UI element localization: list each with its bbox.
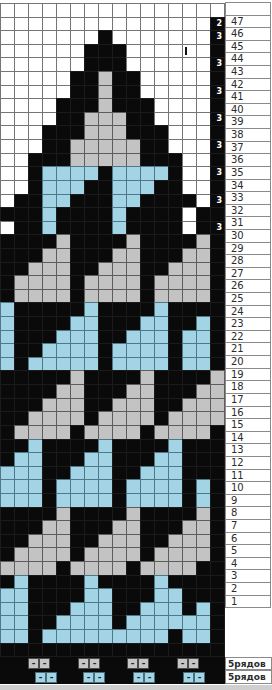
chart-cell <box>28 262 43 277</box>
chart-cell <box>0 425 15 440</box>
chart-cell <box>56 411 71 426</box>
chart-cell <box>154 234 169 249</box>
chart-cell <box>98 262 113 277</box>
chart-cell <box>126 316 141 331</box>
chart-cell <box>42 534 57 549</box>
chart-cell <box>28 275 43 290</box>
chart-cell <box>168 547 183 562</box>
chart-cell <box>70 30 85 45</box>
chart-cell <box>140 615 155 630</box>
chart-cell <box>28 71 43 86</box>
chart-cell <box>168 493 183 508</box>
chart-cell <box>140 384 155 399</box>
chart-cell <box>14 602 29 617</box>
chart-cell <box>70 85 85 100</box>
chart-cell <box>14 357 29 372</box>
chart-cell <box>112 234 127 249</box>
stitch-mark-box: - <box>46 672 57 683</box>
chart-cell <box>14 180 29 195</box>
chart-cell <box>210 452 225 467</box>
chart-cell <box>196 207 211 222</box>
counter-cell: 3 <box>210 85 225 100</box>
chart-cell <box>98 384 113 399</box>
chart-cell <box>14 17 29 32</box>
chart-cell <box>126 370 141 385</box>
chart-cell <box>210 411 225 426</box>
chart-cell <box>154 262 169 277</box>
chart-cell <box>196 275 211 290</box>
chart-cell <box>42 98 57 113</box>
chart-cell <box>28 330 43 345</box>
chart-cell <box>28 615 43 630</box>
chart-cell <box>168 112 183 127</box>
chart-cell <box>196 17 211 32</box>
chart-cell <box>182 221 197 236</box>
chart-cell <box>210 330 225 345</box>
chart-cell <box>0 629 15 644</box>
chart-cell <box>98 575 113 590</box>
chart-cell <box>84 493 99 508</box>
chart-cell <box>112 425 127 440</box>
chart-cell <box>112 398 127 413</box>
chart-cell <box>14 547 29 562</box>
chart-cell <box>126 98 141 113</box>
row-number: 14 <box>225 431 271 445</box>
chart-cell <box>112 44 127 59</box>
stitch-mark-box: - <box>89 658 100 669</box>
row-number: 29 <box>225 242 271 256</box>
chart-cell <box>126 3 141 18</box>
chart-cell <box>56 479 71 494</box>
chart-cell <box>154 139 169 154</box>
chart-cell <box>182 561 197 576</box>
chart-cell <box>84 139 99 154</box>
chart-cell <box>84 234 99 249</box>
chart-cell <box>14 629 29 644</box>
chart-cell <box>196 588 211 603</box>
chart-cell <box>14 575 29 590</box>
row-number: 42 <box>225 78 271 92</box>
chart-cell <box>168 275 183 290</box>
counter-cell: 2 <box>210 17 225 32</box>
chart-cell <box>14 520 29 535</box>
chart-cell <box>42 343 57 358</box>
chart-cell <box>210 575 225 590</box>
chart-cell <box>112 248 127 263</box>
chart-cell <box>168 561 183 576</box>
chart-cell <box>182 547 197 562</box>
chart-cell <box>98 30 113 45</box>
chart-cell <box>196 289 211 304</box>
chart-cell <box>98 221 113 236</box>
chart-cell <box>126 112 141 127</box>
chart-cell <box>140 207 155 222</box>
chart-cell <box>154 411 169 426</box>
chart-cell <box>182 370 197 385</box>
chart-cell <box>42 493 57 508</box>
chart-cell <box>84 561 99 576</box>
chart-cell <box>112 180 127 195</box>
chart-cell <box>42 289 57 304</box>
chart-cell <box>196 547 211 562</box>
chart-cell <box>112 493 127 508</box>
chart-cell <box>42 85 57 100</box>
chart-cell <box>14 44 29 59</box>
chart-cell <box>42 520 57 535</box>
chart-cell <box>28 575 43 590</box>
row-number: 13 <box>225 443 271 457</box>
chart-cell <box>182 194 197 209</box>
chart-cell <box>168 425 183 440</box>
chart-cell <box>196 343 211 358</box>
chart-cell <box>70 112 85 127</box>
chart-cell <box>0 602 15 617</box>
chart-cell <box>70 439 85 454</box>
chart-cell <box>168 316 183 331</box>
row-number: 46 <box>225 27 271 41</box>
chart-cell <box>0 194 15 209</box>
chart-cell <box>14 615 29 630</box>
chart-cell <box>0 17 15 32</box>
chart-cell <box>42 452 57 467</box>
chart-cell <box>28 98 43 113</box>
chart-cell <box>0 439 15 454</box>
row-number: 39 <box>225 115 271 129</box>
chart-cell <box>56 520 71 535</box>
row-number: 11 <box>225 469 271 483</box>
chart-cell <box>98 289 113 304</box>
chart-cell <box>0 643 15 658</box>
chart-cell <box>56 629 71 644</box>
chart-cell <box>112 357 127 372</box>
chart-cell <box>56 370 71 385</box>
chart-cell <box>196 221 211 236</box>
chart-cell <box>168 398 183 413</box>
chart-cell <box>140 547 155 562</box>
chart-cell <box>168 139 183 154</box>
chart-cell <box>140 98 155 113</box>
chart-cell <box>28 17 43 32</box>
chart-cell <box>70 302 85 317</box>
chart-cell <box>154 398 169 413</box>
chart-cell <box>56 194 71 209</box>
chart-cell <box>28 125 43 140</box>
chart-cell <box>56 57 71 72</box>
chart-cell <box>56 602 71 617</box>
row-number: 43 <box>225 65 271 79</box>
stitch-mark-box: - <box>127 658 138 669</box>
chart-cell <box>28 221 43 236</box>
row-number: 3 <box>225 569 271 583</box>
chart-cell <box>154 71 169 86</box>
chart-cell <box>126 439 141 454</box>
chart-cell <box>56 44 71 59</box>
chart-cell <box>210 180 225 195</box>
counter-cell: 3 <box>210 166 225 181</box>
chart-cell <box>14 71 29 86</box>
chart-cell <box>56 71 71 86</box>
chart-cell <box>126 166 141 181</box>
chart-cell <box>126 398 141 413</box>
row-number: 27 <box>225 267 271 281</box>
chart-cell <box>28 411 43 426</box>
chart-cell <box>168 17 183 32</box>
chart-cell <box>0 384 15 399</box>
chart-cell <box>154 629 169 644</box>
chart-cell <box>70 615 85 630</box>
chart-cell <box>28 207 43 222</box>
chart-cell <box>0 547 15 562</box>
row-number: 10 <box>225 481 271 495</box>
chart-cell <box>70 207 85 222</box>
chart-cell <box>168 575 183 590</box>
chart-cell <box>196 44 211 59</box>
chart-cell <box>56 384 71 399</box>
chart-cell <box>56 575 71 590</box>
chart-cell <box>28 85 43 100</box>
chart-cell <box>140 125 155 140</box>
chart-cell <box>14 439 29 454</box>
row-number: 31 <box>225 216 271 230</box>
chart-cell <box>84 166 99 181</box>
chart-cell <box>42 316 57 331</box>
chart-cell <box>98 275 113 290</box>
chart-cell <box>14 262 29 277</box>
chart-cell <box>182 248 197 263</box>
counter-cell: 3 <box>210 194 225 209</box>
chart-cell <box>168 330 183 345</box>
chart-cell <box>154 370 169 385</box>
chart-cell <box>182 302 197 317</box>
chart-cell <box>154 384 169 399</box>
chart-cell <box>168 439 183 454</box>
chart-cell <box>98 561 113 576</box>
chart-cell <box>28 248 43 263</box>
chart-cell <box>84 357 99 372</box>
row-number: 5 <box>225 544 271 558</box>
chart-cell <box>42 629 57 644</box>
chart-cell <box>14 316 29 331</box>
chart-cell <box>56 330 71 345</box>
stitch-mark-box: - <box>194 672 205 683</box>
chart-cell <box>210 547 225 562</box>
chart-cell <box>0 112 15 127</box>
chart-cell <box>70 330 85 345</box>
chart-cell <box>42 153 57 168</box>
row-number: 32 <box>225 204 271 218</box>
chart-cell <box>42 398 57 413</box>
chart-cell <box>70 507 85 522</box>
chart-cell <box>154 425 169 440</box>
chart-cell <box>112 139 127 154</box>
chart-cell <box>112 316 127 331</box>
chart-cell <box>14 166 29 181</box>
chart-cell <box>56 207 71 222</box>
chart-cell <box>168 166 183 181</box>
chart-cell <box>196 602 211 617</box>
chart-cell <box>28 112 43 127</box>
row-number-column: 4746454443424140393837363534333231302928… <box>225 3 271 608</box>
chart-cell <box>28 425 43 440</box>
chart-cell <box>56 425 71 440</box>
chart-cell <box>70 425 85 440</box>
chart-cell <box>154 575 169 590</box>
chart-cell <box>210 425 225 440</box>
chart-cell <box>56 234 71 249</box>
row-number: 47 <box>225 15 271 29</box>
chart-cell <box>126 180 141 195</box>
chart-cell <box>0 221 15 236</box>
chart-cell <box>0 207 15 222</box>
chart-cell <box>42 466 57 481</box>
chart-cell <box>56 561 71 576</box>
row-number: 9 <box>225 494 271 508</box>
chart-cell <box>168 85 183 100</box>
chart-cell <box>0 234 15 249</box>
chart-cell <box>56 615 71 630</box>
chart-cell <box>14 85 29 100</box>
chart-cell <box>140 221 155 236</box>
chart-cell <box>126 330 141 345</box>
chart-cell <box>112 275 127 290</box>
chart-cell <box>182 439 197 454</box>
chart-cell <box>196 643 211 658</box>
chart-cell <box>98 370 113 385</box>
chart-grid: 233333333 <box>1 3 225 656</box>
row-number: 28 <box>225 254 271 268</box>
chart-cell <box>56 30 71 45</box>
chart-cell <box>182 71 197 86</box>
chart-cell <box>196 357 211 372</box>
chart-cell <box>210 234 225 249</box>
chart-cell <box>196 561 211 576</box>
chart-cell <box>98 248 113 263</box>
chart-cell <box>14 343 29 358</box>
chart-cell <box>210 289 225 304</box>
chart-cell <box>210 3 225 18</box>
chart-cell <box>28 234 43 249</box>
chart-cell <box>182 384 197 399</box>
chart-cell <box>84 547 99 562</box>
chart-cell <box>182 17 197 32</box>
chart-cell <box>14 411 29 426</box>
chart-cell <box>84 262 99 277</box>
chart-cell <box>70 44 85 59</box>
counter-cell: 3 <box>210 112 225 127</box>
chart-cell <box>126 643 141 658</box>
chart-cell <box>42 125 57 140</box>
row-number: 26 <box>225 279 271 293</box>
chart-cell <box>112 411 127 426</box>
chart-cell <box>168 411 183 426</box>
chart-cell <box>168 452 183 467</box>
chart-cell <box>0 575 15 590</box>
chart-cell <box>210 588 225 603</box>
chart-cell <box>196 534 211 549</box>
chart-cell <box>126 125 141 140</box>
chart-cell <box>196 262 211 277</box>
chart-cell <box>182 180 197 195</box>
chart-cell <box>0 139 15 154</box>
stray-mark <box>185 47 187 55</box>
chart-cell <box>28 30 43 45</box>
chart-cell <box>126 575 141 590</box>
chart-cell <box>0 493 15 508</box>
chart-cell <box>140 166 155 181</box>
chart-cell <box>168 262 183 277</box>
chart-cell <box>0 125 15 140</box>
chart-cell <box>42 575 57 590</box>
chart-cell <box>84 588 99 603</box>
chart-cell <box>112 615 127 630</box>
chart-cell <box>168 221 183 236</box>
chart-cell <box>56 166 71 181</box>
chart-cell <box>168 370 183 385</box>
chart-cell <box>0 588 15 603</box>
chart-cell <box>98 330 113 345</box>
chart-cell <box>168 98 183 113</box>
chart-cell <box>42 602 57 617</box>
chart-cell <box>98 411 113 426</box>
chart-cell <box>84 629 99 644</box>
chart-cell <box>84 575 99 590</box>
chart-cell <box>112 561 127 576</box>
chart-cell <box>126 588 141 603</box>
chart-cell <box>14 248 29 263</box>
row-number: 35 <box>225 166 271 180</box>
chart-cell <box>42 71 57 86</box>
chart-cell <box>56 302 71 317</box>
chart-cell <box>140 330 155 345</box>
chart-cell <box>98 44 113 59</box>
chart-cell <box>196 452 211 467</box>
chart-cell <box>112 370 127 385</box>
stitch-mark-box: - <box>144 672 155 683</box>
chart-cell <box>196 248 211 263</box>
chart-cell <box>112 194 127 209</box>
chart-cell <box>168 207 183 222</box>
chart-cell <box>56 289 71 304</box>
chart-cell <box>154 316 169 331</box>
chart-cell <box>0 3 15 18</box>
chart-cell <box>28 153 43 168</box>
chart-cell <box>182 452 197 467</box>
chart-cell <box>98 343 113 358</box>
chart-cell <box>168 194 183 209</box>
row-number: 34 <box>225 179 271 193</box>
chart-cell <box>98 17 113 32</box>
chart-cell <box>140 466 155 481</box>
chart-cell <box>42 561 57 576</box>
chart-cell <box>70 370 85 385</box>
chart-cell <box>140 234 155 249</box>
chart-cell <box>84 316 99 331</box>
chart-cell <box>154 289 169 304</box>
stitch-mark-box: - <box>35 672 46 683</box>
chart-cell <box>140 357 155 372</box>
chart-cell <box>140 534 155 549</box>
chart-cell <box>112 534 127 549</box>
chart-cell <box>0 262 15 277</box>
chart-cell <box>112 17 127 32</box>
chart-cell <box>112 57 127 72</box>
chart-cell <box>196 30 211 45</box>
chart-cell <box>70 139 85 154</box>
chart-cell <box>140 57 155 72</box>
chart-cell <box>70 493 85 508</box>
chart-cell <box>84 330 99 345</box>
row-number: 12 <box>225 456 271 470</box>
